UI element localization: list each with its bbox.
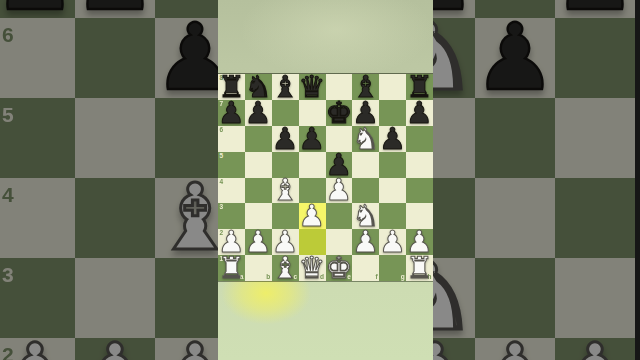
square-d5[interactable] — [299, 152, 326, 178]
square-a6: 6 — [0, 18, 75, 98]
piece-white-rook[interactable]: ♜ — [406, 255, 433, 281]
piece-white-pawn[interactable]: ♟ — [379, 229, 406, 255]
square-a5[interactable]: 5 — [218, 152, 245, 178]
piece-black-pawn[interactable]: ♟ — [379, 126, 406, 152]
square-a4: 4 — [0, 178, 75, 258]
rank-label: 4 — [2, 184, 14, 205]
piece-black-pawn: ♟ — [0, 0, 75, 18]
square-b4 — [75, 178, 155, 258]
piece-white-king[interactable]: ♚ — [326, 255, 353, 281]
square-a7[interactable]: 7♟ — [218, 100, 245, 126]
rank-label: 5 — [220, 153, 224, 160]
piece-black-queen[interactable]: ♛ — [299, 74, 326, 100]
piece-black-pawn[interactable]: ♟ — [406, 100, 433, 126]
video-frame: 8♜♞♝♛♝♜7♟♟♚♟♟6♟♟♞♟5♟4♝♟3♟♞2♟♟♟♟♟♟1a♜bc♝d… — [0, 0, 640, 360]
piece-white-pawn: ♟ — [555, 338, 635, 360]
square-f1[interactable]: f — [352, 255, 379, 281]
square-g8[interactable] — [379, 74, 406, 100]
piece-black-pawn[interactable]: ♟ — [245, 100, 272, 126]
square-a6[interactable]: 6 — [218, 126, 245, 152]
square-h6 — [555, 18, 635, 98]
square-c1[interactable]: c♝ — [272, 255, 299, 281]
piece-white-queen[interactable]: ♛ — [299, 255, 326, 281]
main-board[interactable]: 8♜♞♝♛♝♜7♟♟♚♟♟6♟♟♞♟5♟4♝♟3♟♞2♟♟♟♟♟♟1a♜bc♝d… — [218, 74, 433, 281]
rank-label: 3 — [220, 204, 224, 211]
piece-black-king[interactable]: ♚ — [326, 100, 353, 126]
square-c4[interactable]: ♝ — [272, 178, 299, 204]
square-g2[interactable]: ♟ — [379, 229, 406, 255]
piece-black-pawn[interactable]: ♟ — [218, 100, 245, 126]
square-a4[interactable]: 4 — [218, 178, 245, 204]
square-g5 — [475, 98, 555, 178]
piece-white-pawn: ♟ — [0, 338, 75, 360]
square-h4 — [555, 178, 635, 258]
square-b6 — [75, 18, 155, 98]
piece-white-bishop[interactable]: ♝ — [272, 178, 299, 204]
piece-black-pawn: ♟ — [475, 18, 555, 98]
piece-black-pawn[interactable]: ♟ — [299, 126, 326, 152]
square-b2: ♟ — [75, 338, 155, 360]
square-a2: 2♟ — [0, 338, 75, 360]
square-b7[interactable]: ♟ — [245, 100, 272, 126]
square-h7[interactable]: ♟ — [406, 100, 433, 126]
piece-white-rook[interactable]: ♜ — [218, 255, 245, 281]
square-d3[interactable]: ♟ — [299, 203, 326, 229]
square-b4[interactable] — [245, 178, 272, 204]
square-h6[interactable] — [406, 126, 433, 152]
piece-white-pawn[interactable]: ♟ — [326, 178, 353, 204]
square-h5[interactable] — [406, 152, 433, 178]
square-b7: ♟ — [75, 0, 155, 18]
square-a5: 5 — [0, 98, 75, 178]
piece-white-bishop[interactable]: ♝ — [272, 255, 299, 281]
square-b5[interactable] — [245, 152, 272, 178]
square-b2[interactable]: ♟ — [245, 229, 272, 255]
square-c8[interactable]: ♝ — [272, 74, 299, 100]
square-g2: ♟ — [475, 338, 555, 360]
square-e4[interactable]: ♟ — [326, 178, 353, 204]
square-b1[interactable]: b — [245, 255, 272, 281]
piece-white-pawn[interactable]: ♟ — [352, 229, 379, 255]
square-e3[interactable] — [326, 203, 353, 229]
square-b6[interactable] — [245, 126, 272, 152]
square-g4[interactable] — [379, 178, 406, 204]
square-a7: 7♟ — [0, 0, 75, 18]
rank-label: 5 — [2, 104, 14, 125]
square-h5 — [555, 98, 635, 178]
square-f5[interactable] — [352, 152, 379, 178]
piece-black-pawn: ♟ — [75, 0, 155, 18]
square-e7[interactable]: ♚ — [326, 100, 353, 126]
square-d1[interactable]: d♛ — [299, 255, 326, 281]
file-label: g — [401, 274, 405, 281]
square-h7: ♟ — [555, 0, 635, 18]
file-label: f — [376, 274, 378, 281]
square-g1[interactable]: g — [379, 255, 406, 281]
rank-label: 6 — [2, 24, 14, 45]
square-d6[interactable]: ♟ — [299, 126, 326, 152]
square-g6: ♟ — [475, 18, 555, 98]
square-e1[interactable]: e♚ — [326, 255, 353, 281]
piece-white-pawn[interactable]: ♟ — [299, 203, 326, 229]
square-d8[interactable]: ♛ — [299, 74, 326, 100]
square-g6[interactable]: ♟ — [379, 126, 406, 152]
rank-label: 3 — [2, 264, 14, 285]
file-label: b — [266, 274, 270, 281]
square-f6[interactable]: ♞ — [352, 126, 379, 152]
square-c6[interactable]: ♟ — [272, 126, 299, 152]
piece-white-pawn: ♟ — [75, 338, 155, 360]
piece-black-pawn[interactable]: ♟ — [272, 126, 299, 152]
rank-label: 6 — [220, 127, 224, 134]
square-b5 — [75, 98, 155, 178]
square-h2: ♟ — [555, 338, 635, 360]
square-g4 — [475, 178, 555, 258]
piece-white-knight[interactable]: ♞ — [352, 126, 379, 152]
rank-label: 4 — [220, 179, 224, 186]
square-h4[interactable] — [406, 178, 433, 204]
square-a1[interactable]: 1a♜ — [218, 255, 245, 281]
piece-white-pawn: ♟ — [475, 338, 555, 360]
square-h1[interactable]: h♜ — [406, 255, 433, 281]
piece-white-pawn[interactable]: ♟ — [245, 229, 272, 255]
piece-black-pawn: ♟ — [555, 0, 635, 18]
piece-black-bishop[interactable]: ♝ — [272, 74, 299, 100]
square-g5[interactable] — [379, 152, 406, 178]
square-f2[interactable]: ♟ — [352, 229, 379, 255]
